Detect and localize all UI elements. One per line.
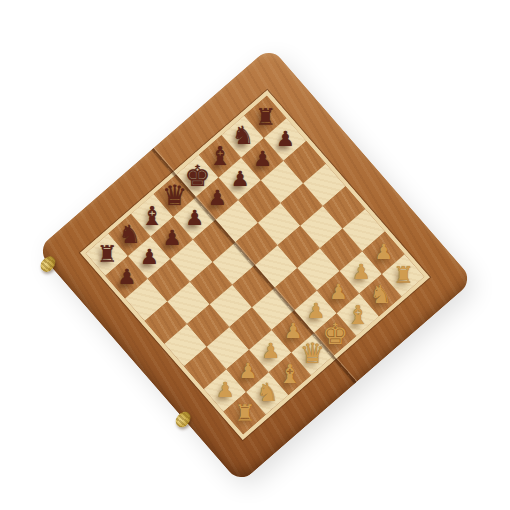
white-king: ♚ — [322, 319, 348, 349]
black-rook: ♜ — [255, 102, 276, 132]
black-pawn: ♟ — [276, 125, 295, 155]
product-photo-scene: ♜♞♝♛♚♝♞♜♟♟♟♟♟♟♟♟♟♟♟♟♟♟♟♟♜♞♝♛♚♝♞♜ — [0, 0, 510, 510]
black-rook: ♜ — [97, 240, 118, 270]
black-pawn: ♟ — [208, 184, 227, 214]
white-pawn: ♟ — [216, 375, 235, 405]
black-pawn: ♟ — [230, 164, 249, 194]
white-pawn: ♟ — [238, 356, 257, 386]
white-rook: ♜ — [234, 398, 255, 428]
white-pawn: ♟ — [351, 257, 370, 287]
black-bishop: ♝ — [208, 141, 231, 171]
white-bishop: ♝ — [278, 359, 301, 389]
black-knight: ♞ — [232, 122, 254, 152]
white-knight: ♞ — [256, 378, 278, 408]
white-pawn: ♟ — [329, 277, 348, 307]
black-knight: ♞ — [118, 220, 140, 250]
black-pawn: ♟ — [117, 262, 136, 292]
black-king: ♚ — [184, 161, 210, 191]
black-bishop: ♝ — [140, 200, 163, 230]
white-pawn: ♟ — [261, 336, 280, 366]
white-bishop: ♝ — [346, 300, 369, 330]
white-pawn: ♟ — [374, 238, 393, 268]
black-pawn: ♟ — [140, 243, 159, 273]
chess-board: ♜♞♝♛♚♝♞♜♟♟♟♟♟♟♟♟♟♟♟♟♟♟♟♟♜♞♝♛♚♝♞♜ — [36, 46, 473, 483]
black-pawn: ♟ — [185, 203, 204, 233]
black-pawn: ♟ — [162, 223, 181, 253]
board-frame: ♜♞♝♛♚♝♞♜♟♟♟♟♟♟♟♟♟♟♟♟♟♟♟♟♜♞♝♛♚♝♞♜ — [36, 46, 473, 483]
white-rook: ♜ — [393, 260, 414, 290]
white-knight: ♞ — [369, 280, 391, 310]
black-pawn: ♟ — [253, 144, 272, 174]
